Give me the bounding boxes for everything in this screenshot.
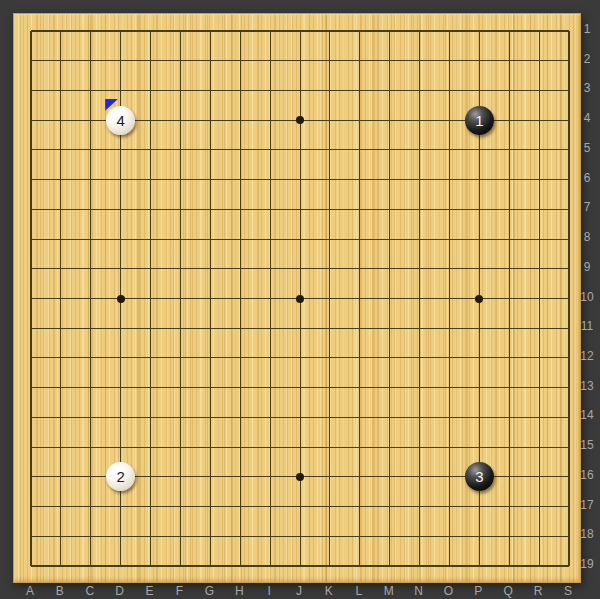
grid-line-v-O xyxy=(449,31,450,566)
grid-line-h-12 xyxy=(31,357,569,358)
col-label-L: L xyxy=(348,584,370,599)
row-label-16: 16 xyxy=(576,468,598,483)
star-point-J16 xyxy=(296,473,304,481)
stone-move-number: 4 xyxy=(116,113,124,128)
row-label-5: 5 xyxy=(576,141,598,156)
col-label-B: B xyxy=(49,584,71,599)
grid-line-v-Q xyxy=(509,31,510,566)
row-label-18: 18 xyxy=(576,527,598,542)
row-label-6: 6 xyxy=(576,171,598,186)
row-label-17: 17 xyxy=(576,498,598,513)
grid-line-h-11 xyxy=(31,328,569,329)
grid-line-h-17 xyxy=(31,506,569,507)
grid-line-v-M xyxy=(389,31,390,566)
col-label-G: G xyxy=(198,584,220,599)
row-label-1: 1 xyxy=(576,22,598,37)
col-label-H: H xyxy=(228,584,250,599)
stone-white-D4: 4 xyxy=(106,106,135,135)
col-label-F: F xyxy=(168,584,190,599)
grid-line-h-15 xyxy=(31,447,569,448)
row-label-15: 15 xyxy=(576,438,598,453)
stone-black-P4: 1 xyxy=(465,106,494,135)
grid-line-v-L xyxy=(359,31,360,566)
stone-move-number: 3 xyxy=(475,469,483,484)
row-label-9: 9 xyxy=(576,260,598,275)
stone-move-number: 1 xyxy=(475,113,483,128)
row-label-7: 7 xyxy=(576,200,598,215)
col-label-K: K xyxy=(318,584,340,599)
row-label-2: 2 xyxy=(576,52,598,67)
go-board: 1234 xyxy=(13,13,581,583)
grid-line-v-N xyxy=(419,31,420,566)
grid-line-v-R xyxy=(539,31,540,566)
col-label-S: S xyxy=(557,584,579,599)
row-label-10: 10 xyxy=(576,290,598,305)
row-label-11: 11 xyxy=(576,319,598,334)
grid-line-v-K xyxy=(329,31,330,566)
go-app-window: 1234 ABCDEFGHIJKLMNOPQRS1234567891011121… xyxy=(0,0,600,599)
row-label-4: 4 xyxy=(576,111,598,126)
col-label-N: N xyxy=(408,584,430,599)
row-label-8: 8 xyxy=(576,230,598,245)
stone-move-number: 2 xyxy=(116,469,124,484)
grid-line-h-13 xyxy=(31,387,569,388)
star-point-J10 xyxy=(296,295,304,303)
col-label-M: M xyxy=(378,584,400,599)
row-label-14: 14 xyxy=(576,408,598,423)
stone-white-D16: 2 xyxy=(106,462,135,491)
grid-line-v-S xyxy=(568,31,570,566)
row-label-13: 13 xyxy=(576,379,598,394)
row-label-19: 19 xyxy=(576,557,598,572)
col-label-D: D xyxy=(109,584,131,599)
star-point-D10 xyxy=(117,295,125,303)
row-label-3: 3 xyxy=(576,81,598,96)
star-point-P10 xyxy=(475,295,483,303)
col-label-Q: Q xyxy=(497,584,519,599)
col-label-J: J xyxy=(288,584,310,599)
grid-line-h-18 xyxy=(31,536,569,537)
col-label-O: O xyxy=(437,584,459,599)
row-label-12: 12 xyxy=(576,349,598,364)
col-label-R: R xyxy=(527,584,549,599)
col-label-E: E xyxy=(139,584,161,599)
col-label-A: A xyxy=(19,584,41,599)
grid-line-h-19 xyxy=(31,565,569,567)
board-grid[interactable]: 1234 xyxy=(31,31,569,566)
col-label-C: C xyxy=(79,584,101,599)
stone-black-P16: 3 xyxy=(465,462,494,491)
star-point-J4 xyxy=(296,116,304,124)
col-label-P: P xyxy=(467,584,489,599)
last-move-triangle-icon xyxy=(105,99,118,111)
col-label-I: I xyxy=(258,584,280,599)
grid-line-h-14 xyxy=(31,417,569,418)
